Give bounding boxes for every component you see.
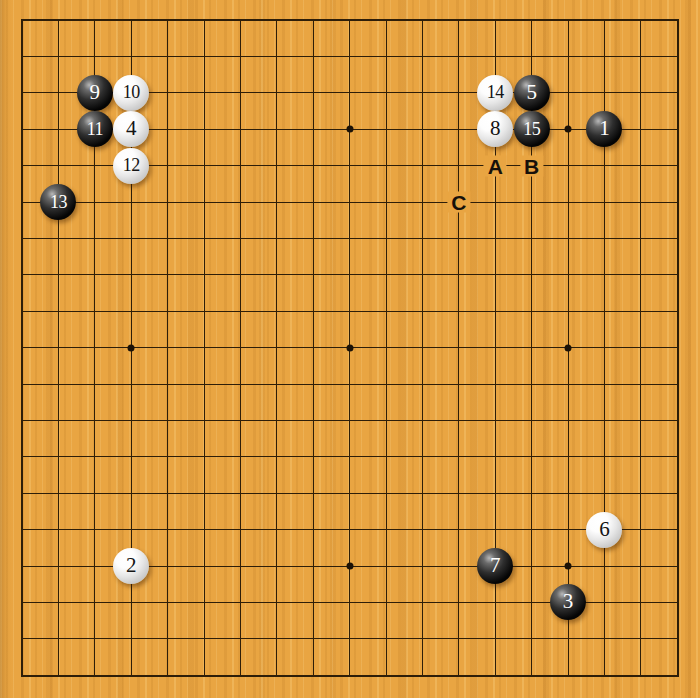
intersection[interactable] [295, 439, 331, 475]
intersection[interactable] [222, 439, 258, 475]
intersection[interactable] [331, 657, 367, 693]
intersection[interactable] [477, 220, 513, 256]
intersection[interactable] [222, 38, 258, 74]
intersection[interactable] [441, 111, 477, 147]
intersection[interactable] [586, 184, 622, 220]
intersection[interactable] [77, 147, 113, 183]
intersection[interactable] [40, 548, 76, 584]
intersection[interactable] [295, 329, 331, 365]
intersection[interactable] [40, 257, 76, 293]
intersection[interactable] [441, 329, 477, 365]
intersection[interactable] [441, 475, 477, 511]
intersection[interactable] [404, 111, 440, 147]
intersection[interactable] [368, 147, 404, 183]
intersection[interactable] [295, 475, 331, 511]
intersection[interactable] [186, 548, 222, 584]
intersection[interactable] [623, 2, 659, 38]
intersection[interactable] [586, 329, 622, 365]
intersection[interactable] [550, 329, 586, 365]
intersection[interactable] [186, 220, 222, 256]
intersection[interactable] [40, 75, 76, 111]
intersection[interactable] [295, 293, 331, 329]
intersection[interactable] [113, 402, 149, 438]
intersection[interactable] [186, 75, 222, 111]
intersection[interactable] [149, 184, 185, 220]
intersection[interactable] [40, 2, 76, 38]
intersection[interactable] [441, 38, 477, 74]
intersection[interactable] [441, 75, 477, 111]
intersection[interactable] [77, 38, 113, 74]
intersection[interactable] [186, 511, 222, 547]
intersection[interactable] [368, 511, 404, 547]
intersection[interactable] [623, 38, 659, 74]
intersection[interactable] [659, 475, 695, 511]
intersection[interactable] [659, 38, 695, 74]
intersection[interactable] [550, 111, 586, 147]
intersection[interactable] [586, 38, 622, 74]
intersection[interactable] [149, 657, 185, 693]
intersection[interactable] [295, 2, 331, 38]
intersection[interactable] [331, 2, 367, 38]
intersection[interactable] [586, 439, 622, 475]
intersection[interactable] [149, 402, 185, 438]
intersection[interactable] [222, 293, 258, 329]
intersection[interactable] [186, 38, 222, 74]
intersection[interactable] [222, 402, 258, 438]
intersection[interactable] [295, 511, 331, 547]
intersection[interactable] [149, 329, 185, 365]
intersection[interactable] [477, 2, 513, 38]
intersection[interactable] [404, 147, 440, 183]
intersection[interactable] [550, 257, 586, 293]
intersection[interactable] [40, 293, 76, 329]
intersection[interactable] [113, 220, 149, 256]
intersection[interactable] [295, 75, 331, 111]
intersection[interactable] [149, 147, 185, 183]
intersection[interactable] [113, 2, 149, 38]
intersection[interactable] [368, 2, 404, 38]
intersection[interactable] [77, 257, 113, 293]
intersection[interactable] [550, 75, 586, 111]
intersection[interactable] [186, 439, 222, 475]
intersection[interactable] [368, 38, 404, 74]
intersection[interactable] [4, 621, 40, 657]
intersection[interactable] [186, 402, 222, 438]
intersection[interactable] [368, 657, 404, 693]
intersection[interactable] [259, 439, 295, 475]
intersection[interactable] [623, 220, 659, 256]
intersection[interactable] [550, 402, 586, 438]
intersection[interactable]: 12 [113, 147, 149, 183]
intersection[interactable] [4, 329, 40, 365]
intersection[interactable] [441, 657, 477, 693]
intersection[interactable] [149, 293, 185, 329]
intersection[interactable] [331, 293, 367, 329]
intersection[interactable]: 8 [477, 111, 513, 147]
intersection[interactable] [149, 584, 185, 620]
intersection[interactable] [149, 475, 185, 511]
intersection[interactable] [77, 184, 113, 220]
intersection[interactable] [477, 329, 513, 365]
intersection[interactable] [40, 657, 76, 693]
intersection[interactable] [477, 257, 513, 293]
intersection[interactable] [149, 2, 185, 38]
intersection[interactable] [404, 366, 440, 402]
intersection[interactable] [659, 657, 695, 693]
intersection[interactable] [550, 220, 586, 256]
intersection[interactable]: 7 [477, 548, 513, 584]
intersection[interactable] [513, 548, 549, 584]
intersection[interactable] [113, 329, 149, 365]
intersection[interactable]: 15 [513, 111, 549, 147]
intersection[interactable] [368, 111, 404, 147]
intersection[interactable] [295, 184, 331, 220]
intersection[interactable] [77, 548, 113, 584]
intersection[interactable] [113, 293, 149, 329]
intersection[interactable] [441, 220, 477, 256]
intersection[interactable] [331, 548, 367, 584]
intersection[interactable] [623, 329, 659, 365]
intersection[interactable] [77, 366, 113, 402]
intersection[interactable] [659, 621, 695, 657]
intersection[interactable]: 6 [586, 511, 622, 547]
intersection[interactable] [295, 657, 331, 693]
intersection[interactable] [550, 657, 586, 693]
intersection[interactable] [513, 475, 549, 511]
intersection[interactable] [659, 584, 695, 620]
intersection[interactable] [331, 366, 367, 402]
intersection[interactable] [186, 293, 222, 329]
intersection[interactable] [295, 111, 331, 147]
intersection[interactable] [4, 366, 40, 402]
intersection[interactable] [586, 657, 622, 693]
intersection[interactable] [623, 184, 659, 220]
intersection[interactable] [259, 111, 295, 147]
intersection[interactable] [259, 548, 295, 584]
intersection[interactable] [586, 584, 622, 620]
intersection[interactable] [77, 511, 113, 547]
intersection[interactable] [4, 257, 40, 293]
intersection[interactable] [623, 402, 659, 438]
intersection[interactable] [550, 2, 586, 38]
intersection[interactable] [295, 621, 331, 657]
intersection[interactable] [477, 621, 513, 657]
intersection[interactable] [259, 220, 295, 256]
intersection[interactable] [222, 147, 258, 183]
intersection[interactable] [77, 293, 113, 329]
intersection[interactable] [40, 147, 76, 183]
intersection[interactable] [659, 257, 695, 293]
intersection[interactable] [331, 220, 367, 256]
intersection[interactable] [295, 366, 331, 402]
intersection[interactable] [586, 621, 622, 657]
intersection[interactable] [186, 366, 222, 402]
intersection[interactable] [295, 220, 331, 256]
intersection[interactable] [477, 584, 513, 620]
intersection[interactable] [186, 584, 222, 620]
intersection[interactable] [368, 475, 404, 511]
intersection[interactable] [331, 621, 367, 657]
intersection[interactable] [222, 366, 258, 402]
intersection[interactable] [4, 402, 40, 438]
intersection[interactable] [623, 584, 659, 620]
intersection[interactable] [477, 366, 513, 402]
intersection[interactable] [477, 293, 513, 329]
intersection[interactable] [40, 584, 76, 620]
intersection[interactable] [186, 329, 222, 365]
intersection[interactable] [222, 475, 258, 511]
intersection[interactable] [186, 657, 222, 693]
intersection[interactable]: 1 [586, 111, 622, 147]
intersection[interactable] [477, 38, 513, 74]
intersection[interactable] [441, 147, 477, 183]
intersection[interactable] [550, 511, 586, 547]
intersection[interactable] [222, 184, 258, 220]
intersection[interactable] [4, 511, 40, 547]
intersection[interactable] [149, 511, 185, 547]
intersection[interactable] [550, 293, 586, 329]
intersection[interactable] [259, 657, 295, 693]
intersection[interactable] [331, 147, 367, 183]
intersection[interactable] [4, 584, 40, 620]
intersection[interactable]: B [513, 147, 549, 183]
intersection[interactable] [149, 75, 185, 111]
point-label-B[interactable]: B [520, 155, 543, 176]
intersection[interactable] [623, 657, 659, 693]
intersection[interactable] [259, 38, 295, 74]
intersection[interactable] [331, 511, 367, 547]
intersection[interactable] [259, 621, 295, 657]
intersection[interactable] [295, 402, 331, 438]
intersection[interactable] [368, 584, 404, 620]
intersection[interactable] [368, 402, 404, 438]
intersection[interactable] [331, 329, 367, 365]
intersection[interactable] [368, 621, 404, 657]
intersection[interactable] [149, 38, 185, 74]
intersection[interactable] [550, 147, 586, 183]
intersection[interactable] [513, 220, 549, 256]
intersection[interactable] [186, 2, 222, 38]
intersection[interactable] [513, 293, 549, 329]
intersection[interactable] [222, 220, 258, 256]
intersection[interactable] [113, 366, 149, 402]
intersection[interactable] [477, 439, 513, 475]
intersection[interactable] [477, 184, 513, 220]
intersection[interactable] [77, 329, 113, 365]
intersection[interactable] [586, 257, 622, 293]
intersection[interactable] [77, 2, 113, 38]
intersection[interactable] [404, 220, 440, 256]
intersection[interactable] [186, 147, 222, 183]
intersection[interactable] [331, 184, 367, 220]
intersection[interactable] [404, 329, 440, 365]
intersection[interactable] [222, 621, 258, 657]
intersection[interactable] [368, 220, 404, 256]
intersection[interactable] [368, 439, 404, 475]
intersection[interactable] [40, 111, 76, 147]
intersection[interactable] [404, 257, 440, 293]
intersection[interactable] [259, 75, 295, 111]
intersection[interactable] [441, 402, 477, 438]
intersection[interactable] [659, 220, 695, 256]
intersection[interactable] [659, 2, 695, 38]
intersection[interactable] [659, 75, 695, 111]
intersection[interactable] [404, 402, 440, 438]
intersection[interactable] [550, 475, 586, 511]
intersection[interactable] [404, 621, 440, 657]
intersection[interactable] [441, 293, 477, 329]
intersection[interactable] [623, 257, 659, 293]
intersection[interactable] [331, 439, 367, 475]
intersection[interactable] [4, 111, 40, 147]
intersection[interactable] [259, 2, 295, 38]
intersection[interactable] [659, 184, 695, 220]
intersection[interactable] [441, 548, 477, 584]
intersection[interactable] [550, 439, 586, 475]
intersection[interactable] [259, 293, 295, 329]
intersection[interactable] [149, 111, 185, 147]
intersection[interactable] [77, 402, 113, 438]
intersection[interactable] [186, 621, 222, 657]
intersection[interactable] [222, 657, 258, 693]
intersection[interactable] [222, 75, 258, 111]
intersection[interactable] [441, 2, 477, 38]
intersection[interactable] [477, 475, 513, 511]
intersection[interactable] [295, 548, 331, 584]
intersection[interactable] [586, 475, 622, 511]
intersection[interactable] [586, 2, 622, 38]
intersection[interactable] [659, 511, 695, 547]
intersection[interactable] [295, 147, 331, 183]
intersection[interactable] [513, 584, 549, 620]
intersection[interactable] [404, 657, 440, 693]
intersection[interactable] [113, 621, 149, 657]
intersection[interactable] [40, 621, 76, 657]
intersection[interactable] [623, 548, 659, 584]
intersection[interactable] [623, 75, 659, 111]
intersection[interactable] [368, 257, 404, 293]
intersection[interactable] [259, 184, 295, 220]
intersection[interactable] [4, 657, 40, 693]
intersection[interactable] [149, 548, 185, 584]
intersection[interactable] [4, 75, 40, 111]
intersection[interactable] [513, 329, 549, 365]
intersection[interactable] [659, 366, 695, 402]
intersection[interactable] [586, 147, 622, 183]
intersection[interactable] [222, 111, 258, 147]
intersection[interactable] [368, 366, 404, 402]
intersection[interactable] [441, 366, 477, 402]
intersection[interactable] [186, 111, 222, 147]
intersection[interactable] [368, 548, 404, 584]
intersection[interactable] [222, 511, 258, 547]
intersection[interactable] [259, 402, 295, 438]
intersection[interactable] [77, 657, 113, 693]
intersection[interactable] [331, 75, 367, 111]
intersection[interactable] [404, 548, 440, 584]
intersection[interactable] [40, 329, 76, 365]
intersection[interactable] [659, 548, 695, 584]
intersection[interactable] [550, 621, 586, 657]
intersection[interactable] [77, 220, 113, 256]
intersection[interactable] [368, 293, 404, 329]
intersection[interactable] [404, 184, 440, 220]
intersection[interactable]: A [477, 147, 513, 183]
intersection[interactable] [4, 293, 40, 329]
intersection[interactable] [331, 111, 367, 147]
intersection[interactable] [259, 329, 295, 365]
intersection[interactable] [259, 511, 295, 547]
intersection[interactable] [77, 439, 113, 475]
intersection[interactable] [659, 147, 695, 183]
intersection[interactable] [113, 439, 149, 475]
intersection[interactable] [659, 439, 695, 475]
intersection[interactable] [586, 293, 622, 329]
intersection[interactable] [368, 184, 404, 220]
intersection[interactable] [40, 366, 76, 402]
intersection[interactable] [623, 147, 659, 183]
intersection[interactable] [222, 2, 258, 38]
intersection[interactable] [477, 402, 513, 438]
intersection[interactable] [513, 38, 549, 74]
intersection[interactable] [441, 257, 477, 293]
intersection[interactable] [186, 184, 222, 220]
intersection[interactable] [623, 439, 659, 475]
intersection[interactable] [113, 38, 149, 74]
intersection[interactable] [4, 475, 40, 511]
intersection[interactable] [513, 621, 549, 657]
intersection[interactable] [513, 184, 549, 220]
intersection[interactable] [331, 584, 367, 620]
intersection[interactable] [623, 475, 659, 511]
intersection[interactable] [149, 220, 185, 256]
intersection[interactable]: 11 [77, 111, 113, 147]
intersection[interactable] [149, 366, 185, 402]
intersection[interactable] [40, 439, 76, 475]
intersection[interactable] [513, 657, 549, 693]
intersection[interactable] [259, 366, 295, 402]
intersection[interactable] [4, 439, 40, 475]
point-label-C[interactable]: C [447, 192, 470, 213]
intersection[interactable]: 2 [113, 548, 149, 584]
intersection[interactable] [513, 2, 549, 38]
intersection[interactable]: 9 [77, 75, 113, 111]
intersection[interactable] [513, 257, 549, 293]
intersection[interactable] [259, 147, 295, 183]
intersection[interactable] [586, 366, 622, 402]
intersection[interactable]: 10 [113, 75, 149, 111]
intersection[interactable]: C [441, 184, 477, 220]
intersection[interactable] [550, 38, 586, 74]
intersection[interactable] [331, 475, 367, 511]
intersection[interactable] [77, 621, 113, 657]
intersection[interactable] [40, 38, 76, 74]
intersection[interactable] [77, 584, 113, 620]
intersection[interactable] [295, 584, 331, 620]
intersection[interactable] [40, 511, 76, 547]
intersection[interactable] [4, 548, 40, 584]
intersection[interactable] [550, 366, 586, 402]
intersection[interactable] [331, 38, 367, 74]
intersection[interactable] [659, 111, 695, 147]
intersection[interactable] [222, 329, 258, 365]
intersection[interactable] [40, 220, 76, 256]
intersection[interactable] [404, 75, 440, 111]
intersection[interactable] [331, 257, 367, 293]
intersection[interactable] [222, 548, 258, 584]
intersection[interactable] [441, 584, 477, 620]
intersection[interactable] [149, 621, 185, 657]
